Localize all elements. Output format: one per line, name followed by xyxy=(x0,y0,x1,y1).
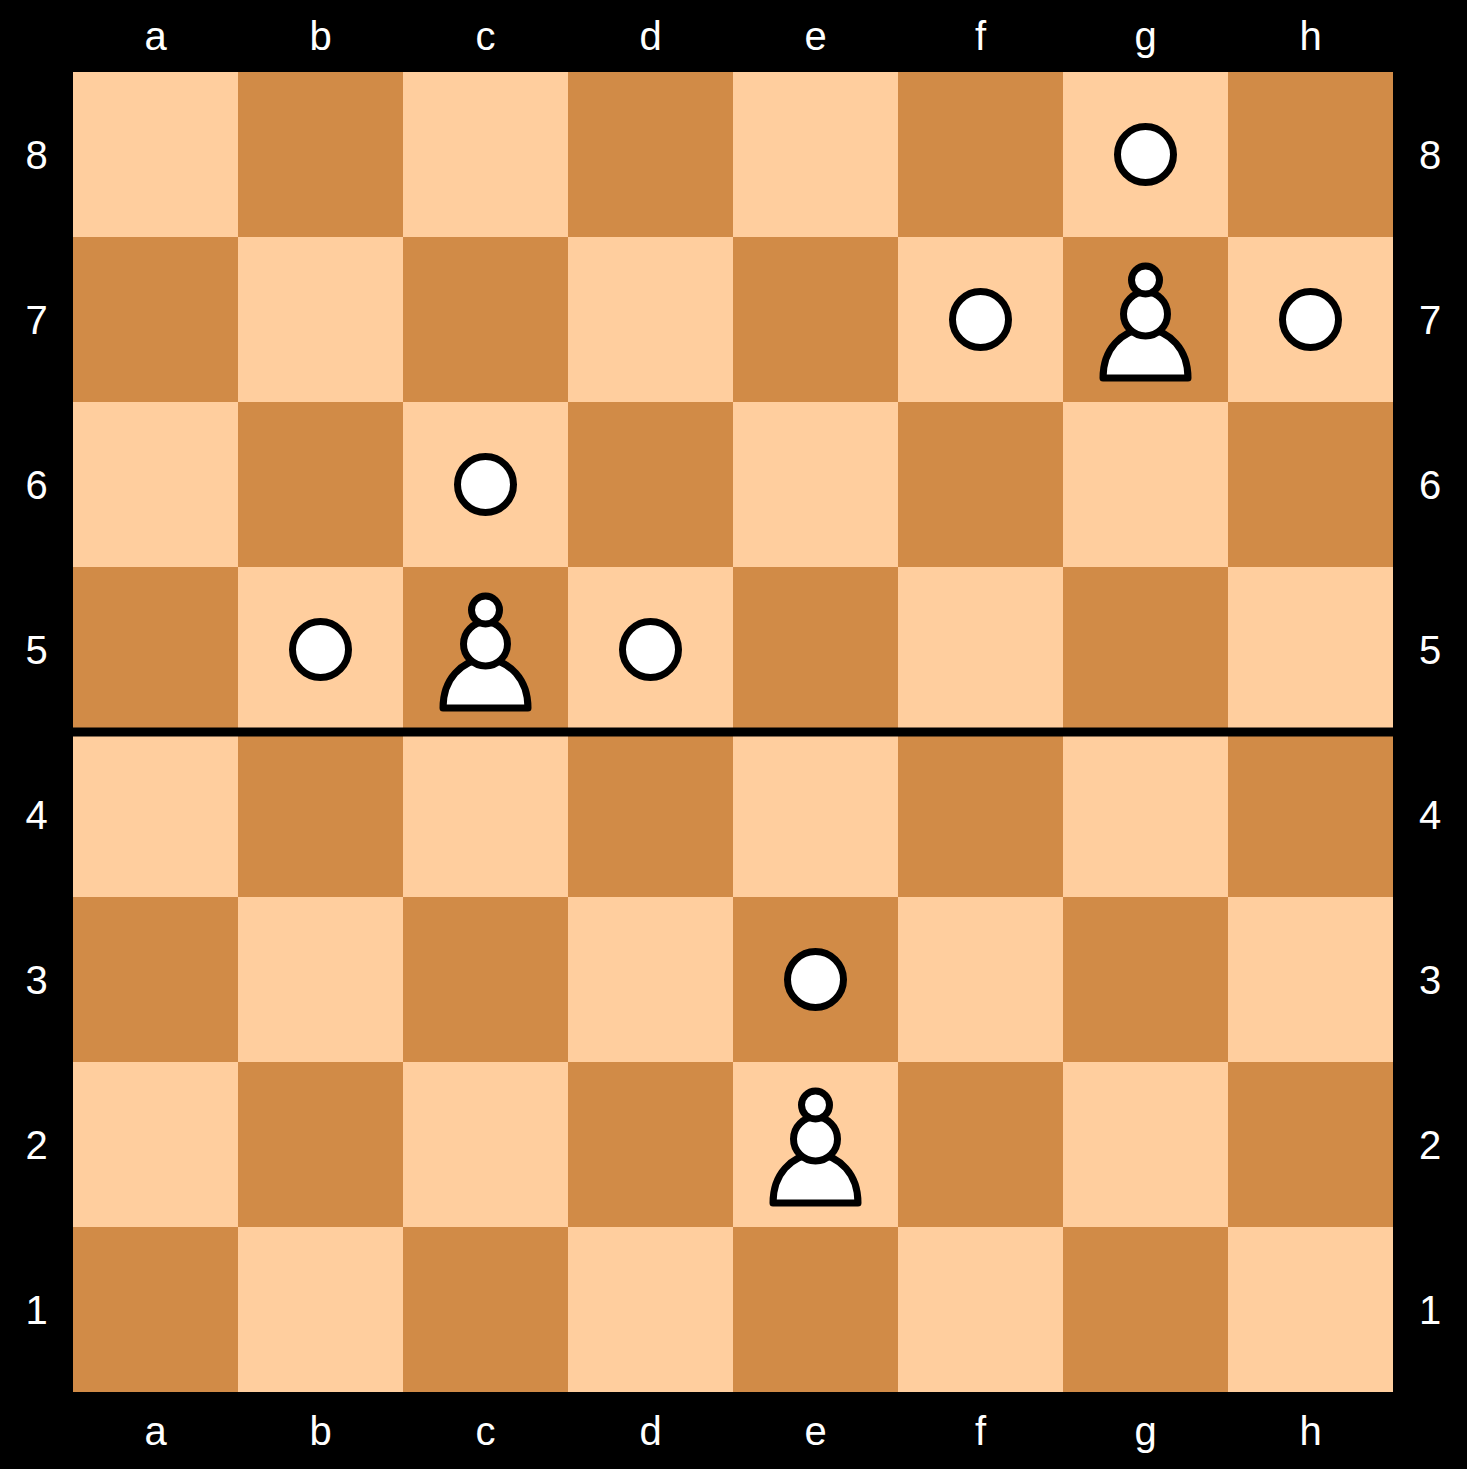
square-c7[interactable] xyxy=(403,237,568,402)
square-g8[interactable] xyxy=(1063,72,1228,237)
square-d2[interactable] xyxy=(568,1062,733,1227)
square-f1[interactable] xyxy=(898,1227,1063,1392)
rank-label-left-5: 5 xyxy=(0,567,73,732)
move-marker-h7 xyxy=(1279,288,1342,351)
square-h2[interactable] xyxy=(1228,1062,1393,1227)
square-d6[interactable] xyxy=(568,402,733,567)
square-g4[interactable] xyxy=(1063,732,1228,897)
rank-label-right-3: 3 xyxy=(1393,897,1467,1062)
square-e4[interactable] xyxy=(733,732,898,897)
rank-label-right-1: 1 xyxy=(1393,1227,1467,1392)
square-f6[interactable] xyxy=(898,402,1063,567)
file-label-bottom-c: c xyxy=(403,1392,568,1469)
file-label-top-e: e xyxy=(733,0,898,72)
square-g7[interactable] xyxy=(1063,237,1228,402)
square-b4[interactable] xyxy=(238,732,403,897)
square-c1[interactable] xyxy=(403,1227,568,1392)
chess-diagram: abcdefgh 87654321 87654321 abcdefgh xyxy=(0,0,1467,1469)
white-pawn-icon xyxy=(733,1062,898,1227)
move-marker-f7 xyxy=(949,288,1012,351)
file-labels-top: abcdefgh xyxy=(73,0,1393,72)
file-label-bottom-h: h xyxy=(1228,1392,1393,1469)
file-labels-bottom: abcdefgh xyxy=(73,1392,1393,1469)
rank-label-right-4: 4 xyxy=(1393,732,1467,897)
white-pawn-g7[interactable] xyxy=(1063,237,1228,402)
white-pawn-icon xyxy=(403,567,568,732)
square-a4[interactable] xyxy=(73,732,238,897)
square-b1[interactable] xyxy=(238,1227,403,1392)
square-c4[interactable] xyxy=(403,732,568,897)
square-b8[interactable] xyxy=(238,72,403,237)
square-f3[interactable] xyxy=(898,897,1063,1062)
rank-label-left-7: 7 xyxy=(0,237,73,402)
rank-label-left-3: 3 xyxy=(0,897,73,1062)
white-pawn-e2[interactable] xyxy=(733,1062,898,1227)
square-h8[interactable] xyxy=(1228,72,1393,237)
square-g1[interactable] xyxy=(1063,1227,1228,1392)
square-d3[interactable] xyxy=(568,897,733,1062)
square-c5[interactable] xyxy=(403,567,568,732)
file-label-top-g: g xyxy=(1063,0,1228,72)
square-b7[interactable] xyxy=(238,237,403,402)
rank-labels-right: 87654321 xyxy=(1393,72,1467,1392)
move-marker-e3 xyxy=(784,948,847,1011)
file-label-bottom-b: b xyxy=(238,1392,403,1469)
square-c3[interactable] xyxy=(403,897,568,1062)
square-b3[interactable] xyxy=(238,897,403,1062)
move-marker-c6 xyxy=(454,453,517,516)
rank-label-right-5: 5 xyxy=(1393,567,1467,732)
rank-label-left-6: 6 xyxy=(0,402,73,567)
rank-label-right-7: 7 xyxy=(1393,237,1467,402)
file-label-top-f: f xyxy=(898,0,1063,72)
white-pawn-c5[interactable] xyxy=(403,567,568,732)
square-h7[interactable] xyxy=(1228,237,1393,402)
square-b2[interactable] xyxy=(238,1062,403,1227)
square-f4[interactable] xyxy=(898,732,1063,897)
square-g2[interactable] xyxy=(1063,1062,1228,1227)
move-marker-d5 xyxy=(619,618,682,681)
square-h6[interactable] xyxy=(1228,402,1393,567)
square-h1[interactable] xyxy=(1228,1227,1393,1392)
rank-label-left-8: 8 xyxy=(0,72,73,237)
move-marker-g8 xyxy=(1114,123,1177,186)
square-d1[interactable] xyxy=(568,1227,733,1392)
board xyxy=(73,72,1393,1392)
file-label-bottom-g: g xyxy=(1063,1392,1228,1469)
square-g5[interactable] xyxy=(1063,567,1228,732)
square-d4[interactable] xyxy=(568,732,733,897)
square-h4[interactable] xyxy=(1228,732,1393,897)
file-label-top-a: a xyxy=(73,0,238,72)
move-marker-b5 xyxy=(289,618,352,681)
square-d7[interactable] xyxy=(568,237,733,402)
rank-label-right-6: 6 xyxy=(1393,402,1467,567)
square-b5[interactable] xyxy=(238,567,403,732)
square-e8[interactable] xyxy=(733,72,898,237)
square-e2[interactable] xyxy=(733,1062,898,1227)
square-a7[interactable] xyxy=(73,237,238,402)
square-a1[interactable] xyxy=(73,1227,238,1392)
square-e6[interactable] xyxy=(733,402,898,567)
file-label-top-d: d xyxy=(568,0,733,72)
square-a8[interactable] xyxy=(73,72,238,237)
rank-label-right-2: 2 xyxy=(1393,1062,1467,1227)
square-f7[interactable] xyxy=(898,237,1063,402)
square-c6[interactable] xyxy=(403,402,568,567)
rank-label-left-2: 2 xyxy=(0,1062,73,1227)
square-h5[interactable] xyxy=(1228,567,1393,732)
square-g3[interactable] xyxy=(1063,897,1228,1062)
square-f8[interactable] xyxy=(898,72,1063,237)
file-label-bottom-d: d xyxy=(568,1392,733,1469)
rank-label-left-1: 1 xyxy=(0,1227,73,1392)
square-b6[interactable] xyxy=(238,402,403,567)
file-label-top-h: h xyxy=(1228,0,1393,72)
white-pawn-icon xyxy=(1063,237,1228,402)
square-a3[interactable] xyxy=(73,897,238,1062)
square-e3[interactable] xyxy=(733,897,898,1062)
file-label-bottom-f: f xyxy=(898,1392,1063,1469)
square-d8[interactable] xyxy=(568,72,733,237)
square-c8[interactable] xyxy=(403,72,568,237)
square-a2[interactable] xyxy=(73,1062,238,1227)
square-a5[interactable] xyxy=(73,567,238,732)
square-d5[interactable] xyxy=(568,567,733,732)
file-label-top-c: c xyxy=(403,0,568,72)
square-a6[interactable] xyxy=(73,402,238,567)
square-h3[interactable] xyxy=(1228,897,1393,1062)
square-f5[interactable] xyxy=(898,567,1063,732)
rank-label-right-8: 8 xyxy=(1393,72,1467,237)
square-c2[interactable] xyxy=(403,1062,568,1227)
square-g6[interactable] xyxy=(1063,402,1228,567)
file-label-bottom-a: a xyxy=(73,1392,238,1469)
square-f2[interactable] xyxy=(898,1062,1063,1227)
square-e5[interactable] xyxy=(733,567,898,732)
file-label-bottom-e: e xyxy=(733,1392,898,1469)
rank-label-left-4: 4 xyxy=(0,732,73,897)
square-e1[interactable] xyxy=(733,1227,898,1392)
square-e7[interactable] xyxy=(733,237,898,402)
file-label-top-b: b xyxy=(238,0,403,72)
rank-labels-left: 87654321 xyxy=(0,72,73,1392)
